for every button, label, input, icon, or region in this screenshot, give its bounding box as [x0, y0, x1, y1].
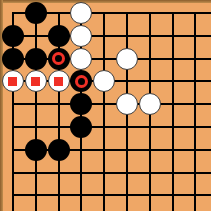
intersection [47, 24, 70, 47]
intersection [93, 2, 116, 25]
white-stone [2, 70, 24, 92]
intersection [93, 138, 116, 161]
intersection [47, 93, 70, 116]
white-stone [70, 2, 92, 24]
intersection [70, 184, 93, 207]
intersection [93, 161, 116, 184]
intersection [70, 47, 93, 70]
intersection [116, 24, 139, 47]
intersection [93, 24, 116, 47]
black-stone [2, 25, 24, 47]
intersection [93, 116, 116, 139]
intersection [184, 2, 207, 25]
black-stone [70, 116, 92, 138]
intersection [116, 161, 139, 184]
intersection [184, 116, 207, 139]
intersection [93, 184, 116, 207]
intersection [2, 138, 25, 161]
white-stone [70, 25, 92, 47]
intersection [138, 24, 161, 47]
intersection [161, 161, 184, 184]
stones-layer [2, 2, 207, 207]
intersection [93, 93, 116, 116]
intersection [138, 184, 161, 207]
intersection [161, 138, 184, 161]
intersection [47, 2, 70, 25]
intersection [47, 138, 70, 161]
intersection [93, 70, 116, 93]
circle-marker [52, 52, 65, 65]
intersection [47, 47, 70, 70]
intersection [184, 93, 207, 116]
intersection [138, 138, 161, 161]
intersection [24, 138, 47, 161]
square-marker [54, 77, 63, 86]
intersection [24, 2, 47, 25]
white-stone [116, 93, 138, 115]
intersection [24, 161, 47, 184]
intersection [138, 116, 161, 139]
black-stone [70, 70, 92, 92]
circle-marker [75, 75, 88, 88]
intersection [116, 70, 139, 93]
intersection [24, 47, 47, 70]
black-stone [25, 139, 47, 161]
white-stone [116, 48, 138, 70]
intersection [70, 161, 93, 184]
intersection [184, 184, 207, 207]
intersection [138, 2, 161, 25]
intersection [184, 47, 207, 70]
intersection [116, 116, 139, 139]
intersection [161, 2, 184, 25]
black-stone [48, 139, 70, 161]
black-stone [25, 2, 47, 24]
intersection [47, 161, 70, 184]
white-stone [93, 70, 115, 92]
intersection [138, 161, 161, 184]
intersection [70, 138, 93, 161]
intersection [70, 116, 93, 139]
intersection [138, 93, 161, 116]
intersection [116, 184, 139, 207]
intersection [138, 70, 161, 93]
intersection [184, 138, 207, 161]
intersection [24, 116, 47, 139]
white-stone [70, 48, 92, 70]
intersection [116, 138, 139, 161]
white-stone [25, 70, 47, 92]
intersection [93, 47, 116, 70]
intersection [184, 161, 207, 184]
intersection [138, 47, 161, 70]
black-stone [25, 48, 47, 70]
intersection [70, 24, 93, 47]
intersection [184, 24, 207, 47]
intersection [24, 93, 47, 116]
black-stone [48, 48, 70, 70]
intersection [116, 93, 139, 116]
go-board-diagram [0, 0, 211, 211]
intersection [24, 70, 47, 93]
intersection [161, 70, 184, 93]
intersection [24, 24, 47, 47]
intersection [70, 93, 93, 116]
black-stone [2, 48, 24, 70]
intersection [2, 93, 25, 116]
intersection [47, 116, 70, 139]
intersection [47, 70, 70, 93]
intersection [2, 70, 25, 93]
intersection [116, 47, 139, 70]
intersection [2, 161, 25, 184]
intersection [184, 70, 207, 93]
intersection [70, 2, 93, 25]
white-stone [48, 70, 70, 92]
square-marker [31, 77, 40, 86]
intersection [24, 184, 47, 207]
intersection [161, 184, 184, 207]
white-stone [139, 93, 161, 115]
black-stone [70, 93, 92, 115]
intersection [2, 2, 25, 25]
black-stone [48, 25, 70, 47]
square-marker [8, 77, 17, 86]
intersection [116, 2, 139, 25]
intersection [2, 47, 25, 70]
intersection [2, 116, 25, 139]
intersection [47, 184, 70, 207]
intersection [161, 24, 184, 47]
intersection [161, 93, 184, 116]
intersection [161, 116, 184, 139]
intersection [70, 70, 93, 93]
intersection [161, 47, 184, 70]
intersection [2, 24, 25, 47]
intersection [2, 184, 25, 207]
